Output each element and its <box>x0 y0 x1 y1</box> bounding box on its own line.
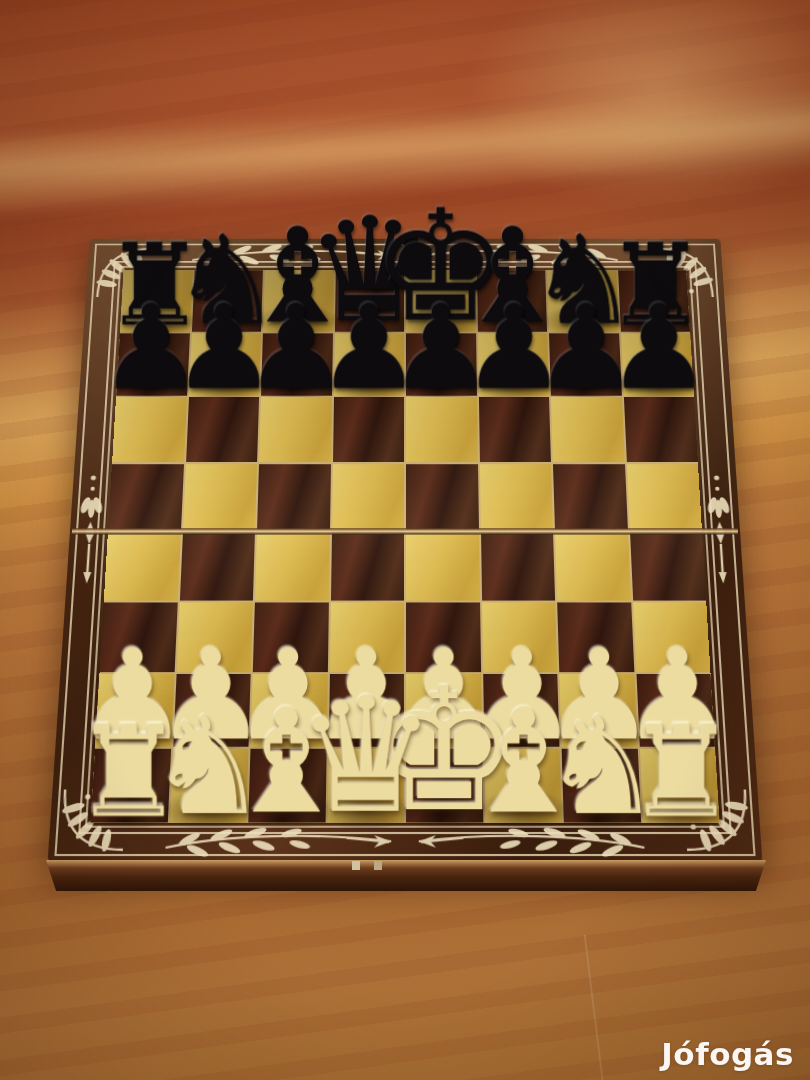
watermark: Jófogás <box>661 1036 794 1072</box>
photo-frame: ♜♞♝♛♚♝♞♜♟♟♟♟♟♟♟♟♟♟♟♟♟♟♟♟♜♞♝♛♚♝♞♜ Jófogás <box>0 0 810 1080</box>
photo-vignette <box>0 0 810 1080</box>
